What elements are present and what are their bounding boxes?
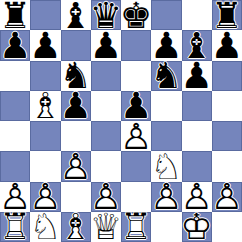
white-piece-outline: ♔	[182, 212, 212, 242]
square-d5[interactable]	[91, 91, 121, 121]
square-e4[interactable]: ♟♙	[121, 121, 151, 151]
black-piece-glyph: ♟	[151, 30, 181, 60]
square-b7[interactable]: ♟	[30, 30, 60, 60]
white-piece-outline: ♙	[151, 182, 181, 212]
square-d7[interactable]: ♟	[91, 30, 121, 60]
black-piece-glyph: ♟	[0, 30, 30, 60]
square-g6[interactable]: ♟	[182, 61, 212, 91]
black-piece-glyph: ♟	[91, 30, 121, 60]
white-piece-fill: ♚	[182, 212, 212, 242]
square-c3[interactable]: ♟♙	[61, 151, 91, 181]
square-d3[interactable]	[91, 151, 121, 181]
square-d4[interactable]	[91, 121, 121, 151]
black-piece-glyph: ♜	[0, 0, 30, 30]
white-piece-outline: ♙	[212, 182, 242, 212]
black-pawn-icon[interactable]: ♟	[121, 91, 151, 121]
square-g5[interactable]	[182, 91, 212, 121]
white-pawn-icon[interactable]: ♟♙	[91, 182, 121, 212]
square-a7[interactable]: ♟	[0, 30, 30, 60]
square-f3[interactable]: ♞♘	[151, 151, 181, 181]
white-piece-fill: ♞	[151, 151, 181, 181]
white-piece-fill: ♝	[61, 212, 91, 242]
square-h1[interactable]	[212, 212, 242, 242]
white-piece-outline: ♘	[151, 151, 181, 181]
black-pawn-icon[interactable]: ♟	[30, 30, 60, 60]
white-piece-outline: ♙	[0, 182, 30, 212]
white-piece-fill: ♟	[212, 182, 242, 212]
white-piece-outline: ♘	[30, 212, 60, 242]
square-g1[interactable]: ♚♔	[182, 212, 212, 242]
square-e1[interactable]: ♜♖	[121, 212, 151, 242]
white-pawn-icon[interactable]: ♟♙	[121, 121, 151, 151]
square-c1[interactable]: ♝♗	[61, 212, 91, 242]
square-e2[interactable]	[121, 182, 151, 212]
square-h3[interactable]	[212, 151, 242, 181]
black-piece-glyph: ♞	[151, 61, 181, 91]
black-piece-glyph: ♜	[212, 0, 242, 30]
black-piece-glyph: ♟	[121, 91, 151, 121]
white-piece-fill: ♞	[30, 212, 60, 242]
square-f2[interactable]: ♟♙	[151, 182, 181, 212]
square-a6[interactable]	[0, 61, 30, 91]
white-piece-outline: ♙	[91, 182, 121, 212]
square-g7[interactable]: ♝	[182, 30, 212, 60]
square-h8[interactable]: ♜	[212, 0, 242, 30]
white-queen-icon[interactable]: ♛♕	[91, 212, 121, 242]
white-rook-icon[interactable]: ♜♖	[121, 212, 151, 242]
black-piece-glyph: ♝	[61, 0, 91, 30]
square-e5[interactable]: ♟	[121, 91, 151, 121]
square-c7[interactable]	[61, 30, 91, 60]
square-h4[interactable]	[212, 121, 242, 151]
square-f8[interactable]	[151, 0, 181, 30]
square-f4[interactable]	[151, 121, 181, 151]
white-rook-icon[interactable]: ♜♖	[0, 212, 30, 242]
black-pawn-icon[interactable]: ♟	[151, 30, 181, 60]
black-knight-icon[interactable]: ♞	[61, 61, 91, 91]
square-g8[interactable]	[182, 0, 212, 30]
square-a8[interactable]: ♜	[0, 0, 30, 30]
square-c6[interactable]: ♞	[61, 61, 91, 91]
square-e7[interactable]	[121, 30, 151, 60]
square-c4[interactable]	[61, 121, 91, 151]
black-piece-glyph: ♟	[182, 61, 212, 91]
white-pawn-icon[interactable]: ♟♙	[182, 182, 212, 212]
white-piece-fill: ♟	[0, 182, 30, 212]
chess-board: ♜♝♛♚♜♟♟♟♟♝♟♞♞♟♝♗♟♟♟♙♟♙♞♘♟♙♟♙♟♙♟♙♟♙♟♙♜♖♞♘…	[0, 0, 242, 242]
square-e3[interactable]	[121, 151, 151, 181]
black-rook-icon[interactable]: ♜	[0, 0, 30, 30]
white-piece-outline: ♙	[182, 182, 212, 212]
white-piece-fill: ♝	[30, 91, 60, 121]
white-bishop-icon[interactable]: ♝♗	[61, 212, 91, 242]
square-h7[interactable]: ♟	[212, 30, 242, 60]
square-d8[interactable]: ♛	[91, 0, 121, 30]
black-knight-icon[interactable]: ♞	[151, 61, 181, 91]
square-g2[interactable]: ♟♙	[182, 182, 212, 212]
square-f7[interactable]: ♟	[151, 30, 181, 60]
chessboard-container: ♜♝♛♚♜♟♟♟♟♝♟♞♞♟♝♗♟♟♟♙♟♙♞♘♟♙♟♙♟♙♟♙♟♙♟♙♜♖♞♘…	[0, 0, 242, 242]
white-piece-outline: ♗	[30, 91, 60, 121]
white-knight-icon[interactable]: ♞♘	[30, 212, 60, 242]
black-bishop-icon[interactable]: ♝	[61, 0, 91, 30]
black-piece-glyph: ♝	[182, 30, 212, 60]
square-e8[interactable]: ♚	[121, 0, 151, 30]
square-e6[interactable]	[121, 61, 151, 91]
white-bishop-icon[interactable]: ♝♗	[30, 91, 60, 121]
square-g4[interactable]	[182, 121, 212, 151]
white-pawn-icon[interactable]: ♟♙	[61, 151, 91, 181]
square-f1[interactable]	[151, 212, 181, 242]
black-pawn-icon[interactable]: ♟	[182, 61, 212, 91]
square-b1[interactable]: ♞♘	[30, 212, 60, 242]
black-pawn-icon[interactable]: ♟	[91, 30, 121, 60]
black-piece-glyph: ♚	[121, 0, 151, 30]
white-piece-fill: ♟	[151, 182, 181, 212]
white-piece-fill: ♟	[182, 182, 212, 212]
white-pawn-icon[interactable]: ♟♙	[30, 182, 60, 212]
square-b5[interactable]: ♝♗	[30, 91, 60, 121]
white-piece-fill: ♟	[91, 182, 121, 212]
square-b8[interactable]	[30, 0, 60, 30]
black-piece-glyph: ♟	[30, 30, 60, 60]
white-piece-outline: ♖	[121, 212, 151, 242]
white-piece-outline: ♙	[30, 182, 60, 212]
white-piece-fill: ♟	[30, 182, 60, 212]
black-queen-icon[interactable]: ♛	[91, 0, 121, 30]
white-king-icon[interactable]: ♚♔	[182, 212, 212, 242]
square-a4[interactable]	[0, 121, 30, 151]
white-piece-fill: ♟	[121, 121, 151, 151]
square-h6[interactable]	[212, 61, 242, 91]
square-a3[interactable]	[0, 151, 30, 181]
square-a2[interactable]: ♟♙	[0, 182, 30, 212]
black-piece-glyph: ♟	[61, 91, 91, 121]
white-pawn-icon[interactable]: ♟♙	[212, 182, 242, 212]
black-king-icon[interactable]: ♚	[121, 0, 151, 30]
white-pawn-icon[interactable]: ♟♙	[0, 182, 30, 212]
white-piece-outline: ♖	[0, 212, 30, 242]
white-piece-outline: ♙	[61, 151, 91, 181]
black-piece-glyph: ♟	[212, 30, 242, 60]
white-piece-outline: ♕	[91, 212, 121, 242]
black-pawn-icon[interactable]: ♟	[61, 91, 91, 121]
white-knight-icon[interactable]: ♞♘	[151, 151, 181, 181]
square-b6[interactable]	[30, 61, 60, 91]
square-c2[interactable]	[61, 182, 91, 212]
white-piece-fill: ♜	[0, 212, 30, 242]
square-g3[interactable]	[182, 151, 212, 181]
black-piece-glyph: ♛	[91, 0, 121, 30]
square-c8[interactable]: ♝	[61, 0, 91, 30]
white-piece-fill: ♛	[91, 212, 121, 242]
black-pawn-icon[interactable]: ♟	[212, 30, 242, 60]
square-d2[interactable]: ♟♙	[91, 182, 121, 212]
white-piece-fill: ♜	[121, 212, 151, 242]
black-pawn-icon[interactable]: ♟	[0, 30, 30, 60]
square-b4[interactable]	[30, 121, 60, 151]
white-piece-outline: ♙	[121, 121, 151, 151]
square-d6[interactable]	[91, 61, 121, 91]
square-a5[interactable]	[0, 91, 30, 121]
white-pawn-icon[interactable]: ♟♙	[151, 182, 181, 212]
square-f6[interactable]: ♞	[151, 61, 181, 91]
square-a1[interactable]: ♜♖	[0, 212, 30, 242]
square-d1[interactable]: ♛♕	[91, 212, 121, 242]
square-f5[interactable]	[151, 91, 181, 121]
black-rook-icon[interactable]: ♜	[212, 0, 242, 30]
square-h2[interactable]: ♟♙	[212, 182, 242, 212]
white-piece-fill: ♟	[61, 151, 91, 181]
white-piece-outline: ♗	[61, 212, 91, 242]
square-b2[interactable]: ♟♙	[30, 182, 60, 212]
square-c5[interactable]: ♟	[61, 91, 91, 121]
square-b3[interactable]	[30, 151, 60, 181]
square-h5[interactable]	[212, 91, 242, 121]
black-piece-glyph: ♞	[61, 61, 91, 91]
black-bishop-icon[interactable]: ♝	[182, 30, 212, 60]
